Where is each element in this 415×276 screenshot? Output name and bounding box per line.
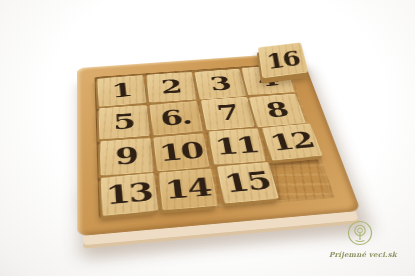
tile-16-loose[interactable]: 16: [258, 42, 309, 78]
tile-2[interactable]: 2: [146, 72, 196, 103]
tile-5[interactable]: 5: [99, 105, 150, 139]
tile-9[interactable]: 9: [100, 137, 153, 175]
tile-14[interactable]: 14: [158, 169, 217, 211]
tile-13[interactable]: 13: [100, 173, 158, 216]
tile-3[interactable]: 3: [194, 69, 246, 100]
tree-in-circle-icon: [345, 220, 375, 248]
brand-watermark: Príjemné veci.sk: [329, 220, 391, 259]
tile-1[interactable]: 1: [97, 75, 147, 107]
puzzle-board: 1 2 3 4 5 6. 7 8 9 10 11 12 13 14 15: [77, 52, 361, 236]
product-photo-scene: 1 2 3 4 5 6. 7 8 9 10 11 12 13 14 15 16 …: [0, 0, 415, 276]
tile-15[interactable]: 15: [216, 162, 278, 204]
tile-11[interactable]: 11: [208, 128, 265, 165]
tile-7[interactable]: 7: [200, 97, 255, 131]
tile-6[interactable]: 6.: [149, 101, 203, 136]
tile-8[interactable]: 8: [249, 93, 306, 127]
tile-10[interactable]: 10: [153, 133, 209, 171]
brand-name: Príjemné veci.sk: [329, 250, 391, 259]
